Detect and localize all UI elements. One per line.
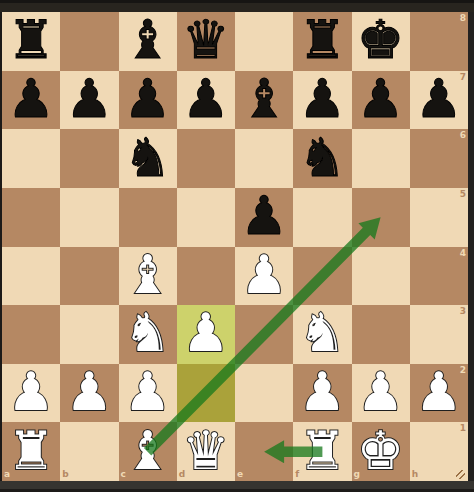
square-f6[interactable]: ♞ (293, 129, 351, 188)
piece-black-knight-c6[interactable]: ♞ (119, 129, 177, 188)
square-c7[interactable]: ♟ (119, 71, 177, 130)
square-c4[interactable]: ♝ (119, 247, 177, 306)
piece-white-knight-c3[interactable]: ♞ (119, 305, 177, 364)
square-g7[interactable]: ♟ (352, 71, 410, 130)
square-a4[interactable] (2, 247, 60, 306)
square-a2[interactable]: ♟ (2, 364, 60, 423)
square-d4[interactable] (177, 247, 235, 306)
square-b6[interactable] (60, 129, 118, 188)
piece-white-king-g1[interactable]: ♚ (352, 422, 410, 481)
square-a5[interactable] (2, 188, 60, 247)
piece-white-pawn-a2[interactable]: ♟ (2, 364, 60, 423)
square-g4[interactable] (352, 247, 410, 306)
piece-black-rook-a8[interactable]: ♜ (2, 12, 60, 71)
square-g8[interactable]: ♚ (352, 12, 410, 71)
square-b7[interactable]: ♟ (60, 71, 118, 130)
piece-white-pawn-c2[interactable]: ♟ (119, 364, 177, 423)
square-g3[interactable] (352, 305, 410, 364)
square-d5[interactable] (177, 188, 235, 247)
piece-black-queen-d8[interactable]: ♛ (177, 12, 235, 71)
square-f1[interactable]: ♜f (293, 422, 351, 481)
square-g6[interactable] (352, 129, 410, 188)
piece-black-pawn-g7[interactable]: ♟ (352, 71, 410, 130)
file-label-e: e (237, 470, 243, 479)
square-h4[interactable]: 4 (410, 247, 468, 306)
square-c8[interactable]: ♝ (119, 12, 177, 71)
piece-white-pawn-b2[interactable]: ♟ (60, 364, 118, 423)
piece-black-pawn-h7[interactable]: ♟ (410, 71, 468, 130)
piece-white-bishop-c1[interactable]: ♝ (119, 422, 177, 481)
piece-white-pawn-f2[interactable]: ♟ (293, 364, 351, 423)
piece-white-pawn-g2[interactable]: ♟ (352, 364, 410, 423)
square-e2[interactable] (235, 364, 293, 423)
square-h8[interactable]: 8 (410, 12, 468, 71)
square-h5[interactable]: 5 (410, 188, 468, 247)
file-label-h: h (412, 470, 418, 479)
frame-strip-bottom (0, 481, 474, 492)
square-d8[interactable]: ♛ (177, 12, 235, 71)
piece-black-king-g8[interactable]: ♚ (352, 12, 410, 71)
piece-black-pawn-c7[interactable]: ♟ (119, 71, 177, 130)
square-a7[interactable]: ♟ (2, 71, 60, 130)
square-h2[interactable]: ♟2 (410, 364, 468, 423)
square-f5[interactable] (293, 188, 351, 247)
rank-label-5: 5 (460, 190, 466, 199)
piece-black-bishop-e7[interactable]: ♝ (235, 71, 293, 130)
piece-black-pawn-d7[interactable]: ♟ (177, 71, 235, 130)
rank-label-3: 3 (460, 307, 466, 316)
piece-black-bishop-c8[interactable]: ♝ (119, 12, 177, 71)
square-d7[interactable]: ♟ (177, 71, 235, 130)
chess-board: ♜♝♛♜♚8♟♟♟♟♝♟♟♟7♞♞6♟5♝♟4♞♟♞3♟♟♟♟♟♟2♜ab♝c♛… (2, 12, 468, 481)
square-f7[interactable]: ♟ (293, 71, 351, 130)
rank-label-4: 4 (460, 249, 466, 258)
piece-white-pawn-h2[interactable]: ♟ (410, 364, 468, 423)
square-g2[interactable]: ♟ (352, 364, 410, 423)
piece-black-pawn-b7[interactable]: ♟ (60, 71, 118, 130)
square-b1[interactable]: b (60, 422, 118, 481)
square-b8[interactable] (60, 12, 118, 71)
rank-label-6: 6 (460, 131, 466, 140)
square-f3[interactable]: ♞ (293, 305, 351, 364)
frame-strip-right (468, 12, 474, 481)
square-c6[interactable]: ♞ (119, 129, 177, 188)
square-g5[interactable] (352, 188, 410, 247)
square-d6[interactable] (177, 129, 235, 188)
square-c1[interactable]: ♝c (119, 422, 177, 481)
square-h6[interactable]: 6 (410, 129, 468, 188)
square-f8[interactable]: ♜ (293, 12, 351, 71)
square-e1[interactable]: e (235, 422, 293, 481)
square-e6[interactable] (235, 129, 293, 188)
square-b5[interactable] (60, 188, 118, 247)
square-c5[interactable] (119, 188, 177, 247)
square-b3[interactable] (60, 305, 118, 364)
piece-white-pawn-d3[interactable]: ♟ (177, 305, 235, 364)
square-d3[interactable]: ♟ (177, 305, 235, 364)
piece-black-knight-f6[interactable]: ♞ (293, 129, 351, 188)
square-h3[interactable]: 3 (410, 305, 468, 364)
square-b4[interactable] (60, 247, 118, 306)
square-c3[interactable]: ♞ (119, 305, 177, 364)
piece-black-rook-f8[interactable]: ♜ (293, 12, 351, 71)
square-d2[interactable] (177, 364, 235, 423)
square-e3[interactable] (235, 305, 293, 364)
square-e5[interactable]: ♟ (235, 188, 293, 247)
square-b2[interactable]: ♟ (60, 364, 118, 423)
piece-black-pawn-a7[interactable]: ♟ (2, 71, 60, 130)
piece-black-pawn-e5[interactable]: ♟ (235, 188, 293, 247)
piece-white-knight-f3[interactable]: ♞ (293, 305, 351, 364)
board-resize-handle[interactable] (456, 470, 465, 479)
rank-label-1: 1 (460, 424, 466, 433)
piece-black-pawn-f7[interactable]: ♟ (293, 71, 351, 130)
square-a6[interactable] (2, 129, 60, 188)
square-a8[interactable]: ♜ (2, 12, 60, 71)
square-a1[interactable]: ♜a (2, 422, 60, 481)
rank-label-8: 8 (460, 14, 466, 23)
square-c2[interactable]: ♟ (119, 364, 177, 423)
square-a3[interactable] (2, 305, 60, 364)
piece-white-queen-d1[interactable]: ♛ (177, 422, 235, 481)
square-h7[interactable]: ♟7 (410, 71, 468, 130)
piece-white-pawn-e4[interactable]: ♟ (235, 247, 293, 306)
square-e8[interactable] (235, 12, 293, 71)
piece-white-bishop-c4[interactable]: ♝ (119, 247, 177, 306)
square-g1[interactable]: ♚g (352, 422, 410, 481)
piece-white-rook-a1[interactable]: ♜ (2, 422, 60, 481)
piece-white-rook-f1[interactable]: ♜ (293, 422, 351, 481)
board-frame: ♜♝♛♜♚8♟♟♟♟♝♟♟♟7♞♞6♟5♝♟4♞♟♞3♟♟♟♟♟♟2♜ab♝c♛… (0, 0, 474, 492)
square-f2[interactable]: ♟ (293, 364, 351, 423)
square-e7[interactable]: ♝ (235, 71, 293, 130)
square-f4[interactable] (293, 247, 351, 306)
square-d1[interactable]: ♛d (177, 422, 235, 481)
square-e4[interactable]: ♟ (235, 247, 293, 306)
file-label-b: b (62, 470, 68, 479)
